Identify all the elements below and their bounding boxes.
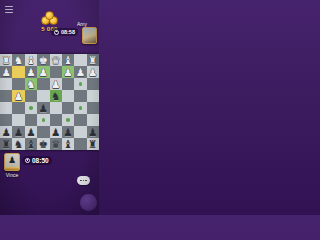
coins-icon [40, 11, 60, 25]
square[interactable] [62, 114, 74, 126]
white-bishop[interactable]: ♝ [26, 54, 35, 66]
clock-icon [25, 158, 30, 163]
white-pawn[interactable]: ♟ [63, 66, 72, 78]
square[interactable]: ♟ [25, 66, 37, 78]
square[interactable]: ♚ [37, 54, 49, 66]
square[interactable]: ♞ [50, 90, 62, 102]
square[interactable] [12, 66, 24, 78]
player-avatar[interactable]: ♟ [4, 153, 20, 171]
square[interactable] [0, 90, 12, 102]
black-pawn[interactable]: ♟ [88, 126, 97, 138]
square[interactable]: ♟ [0, 126, 12, 138]
player-avatar-piece-icon: ♟ [5, 155, 19, 166]
opponent-clock-time: 08:58 [61, 29, 75, 35]
square[interactable]: ♚ [37, 138, 49, 150]
square[interactable]: ♝ [62, 54, 74, 66]
square[interactable]: ♜ [87, 138, 99, 150]
white-pawn[interactable]: ♟ [14, 90, 23, 102]
square[interactable] [50, 66, 62, 78]
white-king[interactable]: ♚ [39, 54, 48, 66]
white-bishop[interactable]: ♝ [63, 54, 72, 66]
chat-button[interactable] [77, 176, 90, 185]
square[interactable]: ♟ [37, 102, 49, 114]
square[interactable] [50, 114, 62, 126]
square[interactable] [62, 90, 74, 102]
black-rook[interactable]: ♜ [88, 138, 97, 150]
player-name: Vince [0, 172, 24, 178]
clock-icon [54, 30, 59, 35]
square[interactable]: ♛ [50, 54, 62, 66]
legal-move-dot[interactable] [29, 106, 33, 110]
square[interactable] [74, 102, 86, 114]
hamburger-icon [5, 6, 13, 7]
player-clock: 08:50 [22, 156, 52, 165]
square[interactable] [12, 114, 24, 126]
opponent-avatar[interactable] [82, 27, 97, 44]
black-rook[interactable]: ♜ [1, 138, 10, 150]
white-rook[interactable]: ♜ [88, 54, 97, 66]
white-knight[interactable]: ♞ [14, 54, 23, 66]
black-knight[interactable]: ♞ [51, 90, 60, 102]
square[interactable] [74, 90, 86, 102]
black-king[interactable]: ♚ [39, 138, 48, 150]
white-rook[interactable]: ♜ [1, 54, 10, 66]
square[interactable]: ♟ [74, 66, 86, 78]
square[interactable] [50, 102, 62, 114]
square[interactable]: ♟ [0, 66, 12, 78]
legal-move-dot[interactable] [42, 118, 46, 122]
square[interactable] [37, 126, 49, 138]
chess-board[interactable]: ♜♞♝♚♛♝♜♟♟♟♟♟♟♞♟♟♞♟♟♟♟♟♟♟♜♞♝♚♛♝♜ [0, 54, 99, 150]
black-bishop[interactable]: ♝ [26, 138, 35, 150]
square[interactable] [87, 78, 99, 90]
square[interactable] [74, 54, 86, 66]
square[interactable] [87, 90, 99, 102]
square[interactable] [62, 78, 74, 90]
white-pawn[interactable]: ♟ [1, 66, 10, 78]
legal-move-dot[interactable] [66, 118, 70, 122]
square[interactable]: ♞ [25, 78, 37, 90]
white-pawn[interactable]: ♟ [26, 66, 35, 78]
square[interactable] [12, 102, 24, 114]
square[interactable]: ♟ [25, 126, 37, 138]
square[interactable] [0, 102, 12, 114]
square[interactable]: ♟ [12, 126, 24, 138]
black-pawn[interactable]: ♟ [14, 126, 23, 138]
square[interactable] [37, 78, 49, 90]
black-pawn[interactable]: ♟ [1, 126, 10, 138]
square[interactable]: ♟ [62, 66, 74, 78]
white-pawn[interactable]: ♟ [76, 66, 85, 78]
square[interactable] [62, 102, 74, 114]
square[interactable] [12, 78, 24, 90]
square[interactable] [87, 102, 99, 114]
opponent-clock: 08:58 [51, 28, 78, 36]
black-pawn[interactable]: ♟ [26, 126, 35, 138]
white-knight[interactable]: ♞ [26, 78, 35, 90]
square[interactable]: ♞ [12, 138, 24, 150]
square[interactable]: ♜ [87, 54, 99, 66]
square[interactable]: ♝ [25, 54, 37, 66]
square[interactable]: ♟ [87, 66, 99, 78]
white-pawn[interactable]: ♟ [88, 66, 97, 78]
square[interactable]: ♛ [50, 138, 62, 150]
square[interactable] [74, 138, 86, 150]
square[interactable] [25, 90, 37, 102]
square[interactable] [87, 114, 99, 126]
square[interactable]: ♜ [0, 138, 12, 150]
black-queen[interactable]: ♛ [51, 138, 60, 150]
black-pawn[interactable]: ♟ [39, 102, 48, 114]
white-pawn[interactable]: ♟ [39, 66, 48, 78]
white-pawn[interactable]: ♟ [51, 78, 60, 90]
square[interactable]: ♟ [50, 126, 62, 138]
black-pawn[interactable]: ♟ [63, 126, 72, 138]
square[interactable] [25, 102, 37, 114]
square[interactable]: ♝ [62, 138, 74, 150]
square[interactable]: ♞ [12, 54, 24, 66]
player-clock-time: 08:50 [32, 157, 49, 164]
square[interactable]: ♟ [12, 90, 24, 102]
legal-move-dot[interactable] [79, 106, 83, 110]
square[interactable]: ♟ [87, 126, 99, 138]
square[interactable] [37, 90, 49, 102]
square[interactable]: ♟ [37, 66, 49, 78]
square[interactable] [25, 114, 37, 126]
black-bishop[interactable]: ♝ [63, 138, 72, 150]
square[interactable] [74, 126, 86, 138]
square[interactable]: ♝ [25, 138, 37, 150]
white-queen[interactable]: ♛ [51, 54, 60, 66]
square[interactable]: ♟ [50, 78, 62, 90]
legal-move-dot[interactable] [79, 82, 83, 86]
square[interactable] [0, 78, 12, 90]
square[interactable] [0, 114, 12, 126]
black-pawn[interactable]: ♟ [51, 126, 60, 138]
chat-dots-icon [80, 180, 82, 182]
corner-glow [80, 194, 97, 211]
square[interactable] [74, 114, 86, 126]
square[interactable]: ♜ [0, 54, 12, 66]
square[interactable] [37, 114, 49, 126]
square[interactable]: ♟ [62, 126, 74, 138]
black-knight[interactable]: ♞ [14, 138, 23, 150]
square[interactable] [74, 78, 86, 90]
